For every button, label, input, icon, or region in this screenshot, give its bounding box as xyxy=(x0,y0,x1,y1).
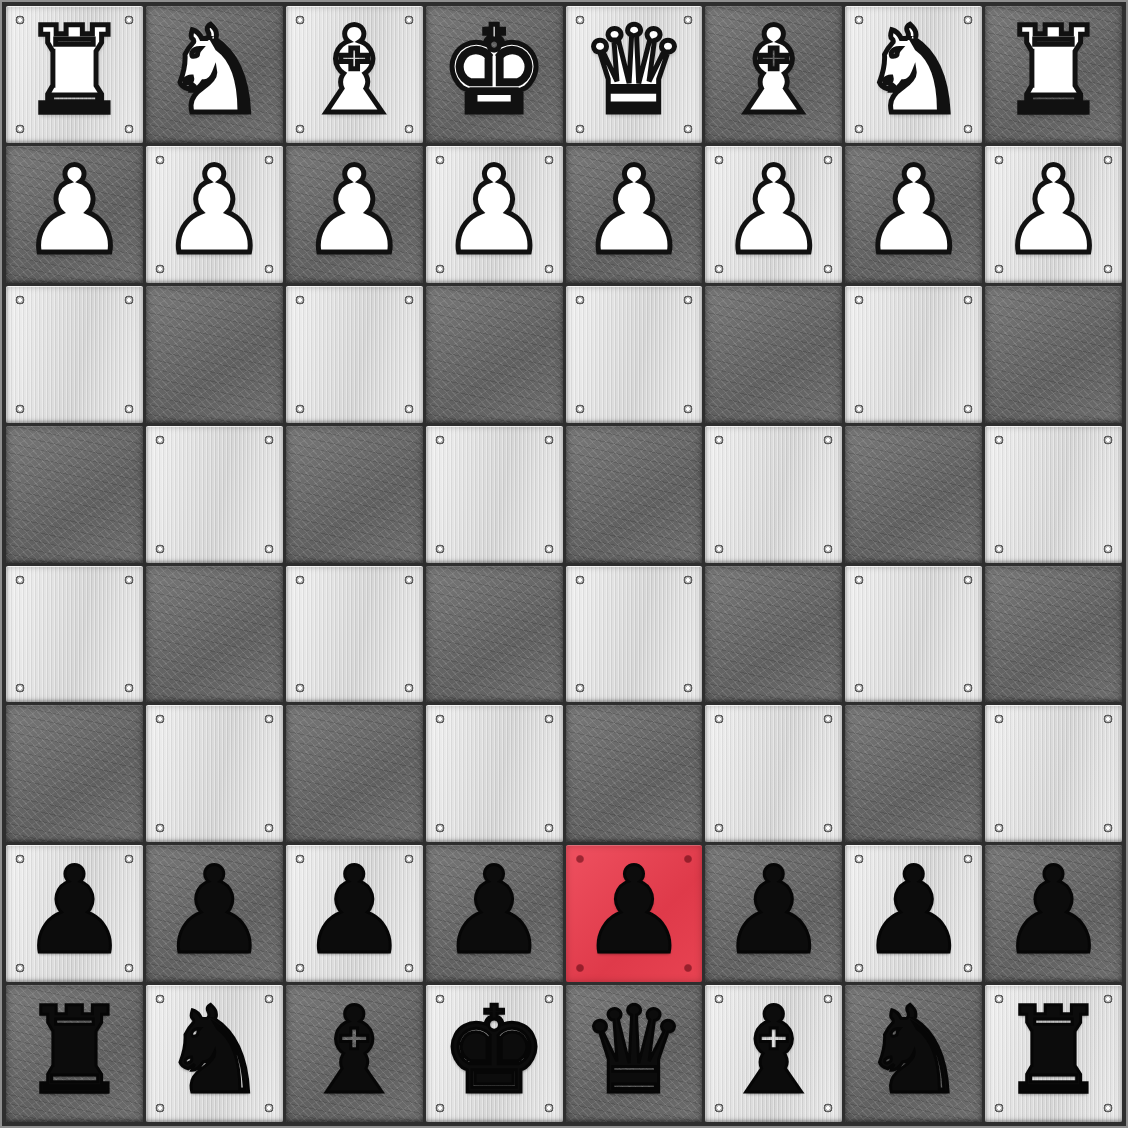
square-g7[interactable]: ♟ xyxy=(146,845,283,982)
piece-white-bishop[interactable]: ♝ xyxy=(300,11,408,131)
piece-black-queen[interactable]: ♛ xyxy=(580,991,688,1111)
square-b7[interactable]: ♟ xyxy=(845,845,982,982)
square-a8[interactable]: ♜ xyxy=(985,985,1122,1122)
square-b1[interactable]: ♞ xyxy=(845,6,982,143)
square-a2[interactable]: ♟ xyxy=(985,146,1122,283)
piece-white-rook[interactable]: ♜ xyxy=(21,11,129,131)
square-e6[interactable] xyxy=(426,705,563,842)
square-e2[interactable]: ♟ xyxy=(426,146,563,283)
square-d2[interactable]: ♟ xyxy=(566,146,703,283)
square-b8[interactable]: ♞ xyxy=(845,985,982,1122)
square-b6[interactable] xyxy=(845,705,982,842)
square-e8[interactable]: ♚ xyxy=(426,985,563,1122)
piece-black-bishop[interactable]: ♝ xyxy=(300,991,408,1111)
square-h8[interactable]: ♜ xyxy=(6,985,143,1122)
piece-white-pawn[interactable]: ♟ xyxy=(720,151,828,271)
square-c6[interactable] xyxy=(705,705,842,842)
square-b4[interactable] xyxy=(845,426,982,563)
piece-white-pawn[interactable]: ♟ xyxy=(300,151,408,271)
piece-white-pawn[interactable]: ♟ xyxy=(1000,151,1108,271)
square-a5[interactable] xyxy=(985,566,1122,703)
square-h6[interactable] xyxy=(6,705,143,842)
square-b2[interactable]: ♟ xyxy=(845,146,982,283)
square-e7[interactable]: ♟ xyxy=(426,845,563,982)
piece-white-king[interactable]: ♚ xyxy=(440,11,548,131)
square-a6[interactable] xyxy=(985,705,1122,842)
square-d3[interactable] xyxy=(566,286,703,423)
square-h5[interactable] xyxy=(6,566,143,703)
piece-white-pawn[interactable]: ♟ xyxy=(580,151,688,271)
square-b3[interactable] xyxy=(845,286,982,423)
piece-black-knight[interactable]: ♞ xyxy=(161,991,269,1111)
square-f5[interactable] xyxy=(286,566,423,703)
square-g1[interactable]: ♞ xyxy=(146,6,283,143)
piece-black-knight[interactable]: ♞ xyxy=(860,991,968,1111)
square-g2[interactable]: ♟ xyxy=(146,146,283,283)
piece-white-queen[interactable]: ♛ xyxy=(580,11,688,131)
square-h3[interactable] xyxy=(6,286,143,423)
square-f8[interactable]: ♝ xyxy=(286,985,423,1122)
square-a7[interactable]: ♟ xyxy=(985,845,1122,982)
square-e4[interactable] xyxy=(426,426,563,563)
square-h2[interactable]: ♟ xyxy=(6,146,143,283)
square-h7[interactable]: ♟ xyxy=(6,845,143,982)
square-g8[interactable]: ♞ xyxy=(146,985,283,1122)
piece-black-pawn[interactable]: ♟ xyxy=(1000,851,1108,971)
piece-white-pawn[interactable]: ♟ xyxy=(440,151,548,271)
square-c4[interactable] xyxy=(705,426,842,563)
piece-black-rook[interactable]: ♜ xyxy=(1000,991,1108,1111)
piece-white-pawn[interactable]: ♟ xyxy=(161,151,269,271)
square-a1[interactable]: ♜ xyxy=(985,6,1122,143)
piece-white-rook[interactable]: ♜ xyxy=(1000,11,1108,131)
square-c1[interactable]: ♝ xyxy=(705,6,842,143)
square-e1[interactable]: ♚ xyxy=(426,6,563,143)
square-e3[interactable] xyxy=(426,286,563,423)
piece-black-king[interactable]: ♚ xyxy=(440,991,548,1111)
square-f1[interactable]: ♝ xyxy=(286,6,423,143)
piece-black-rook[interactable]: ♜ xyxy=(21,991,129,1111)
piece-black-pawn[interactable]: ♟ xyxy=(860,851,968,971)
square-c2[interactable]: ♟ xyxy=(705,146,842,283)
square-c7[interactable]: ♟ xyxy=(705,845,842,982)
piece-black-pawn[interactable]: ♟ xyxy=(440,851,548,971)
square-g3[interactable] xyxy=(146,286,283,423)
square-a4[interactable] xyxy=(985,426,1122,563)
square-g4[interactable] xyxy=(146,426,283,563)
square-f6[interactable] xyxy=(286,705,423,842)
square-c5[interactable] xyxy=(705,566,842,703)
piece-black-pawn[interactable]: ♟ xyxy=(580,851,688,971)
piece-black-pawn[interactable]: ♟ xyxy=(161,851,269,971)
chess-board-frame: ♜♞♝♚♛♝♞♜♟♟♟♟♟♟♟♟♟♟♟♟♟♟♟♟♜♞♝♚♛♝♞♜ xyxy=(0,0,1128,1128)
piece-white-knight[interactable]: ♞ xyxy=(161,11,269,131)
square-d4[interactable] xyxy=(566,426,703,563)
chess-board: ♜♞♝♚♛♝♞♜♟♟♟♟♟♟♟♟♟♟♟♟♟♟♟♟♜♞♝♚♛♝♞♜ xyxy=(6,6,1122,1122)
square-a3[interactable] xyxy=(985,286,1122,423)
square-d8[interactable]: ♛ xyxy=(566,985,703,1122)
square-d1[interactable]: ♛ xyxy=(566,6,703,143)
square-d7[interactable]: ♟ xyxy=(566,845,703,982)
square-f2[interactable]: ♟ xyxy=(286,146,423,283)
square-e5[interactable] xyxy=(426,566,563,703)
square-d6[interactable] xyxy=(566,705,703,842)
piece-white-pawn[interactable]: ♟ xyxy=(21,151,129,271)
square-c3[interactable] xyxy=(705,286,842,423)
square-f3[interactable] xyxy=(286,286,423,423)
square-f4[interactable] xyxy=(286,426,423,563)
piece-black-pawn[interactable]: ♟ xyxy=(21,851,129,971)
square-h1[interactable]: ♜ xyxy=(6,6,143,143)
square-h4[interactable] xyxy=(6,426,143,563)
piece-black-pawn[interactable]: ♟ xyxy=(300,851,408,971)
piece-black-pawn[interactable]: ♟ xyxy=(720,851,828,971)
piece-white-pawn[interactable]: ♟ xyxy=(860,151,968,271)
square-g5[interactable] xyxy=(146,566,283,703)
piece-white-knight[interactable]: ♞ xyxy=(860,11,968,131)
square-d5[interactable] xyxy=(566,566,703,703)
piece-white-bishop[interactable]: ♝ xyxy=(720,11,828,131)
square-g6[interactable] xyxy=(146,705,283,842)
piece-black-bishop[interactable]: ♝ xyxy=(720,991,828,1111)
square-c8[interactable]: ♝ xyxy=(705,985,842,1122)
square-b5[interactable] xyxy=(845,566,982,703)
square-f7[interactable]: ♟ xyxy=(286,845,423,982)
